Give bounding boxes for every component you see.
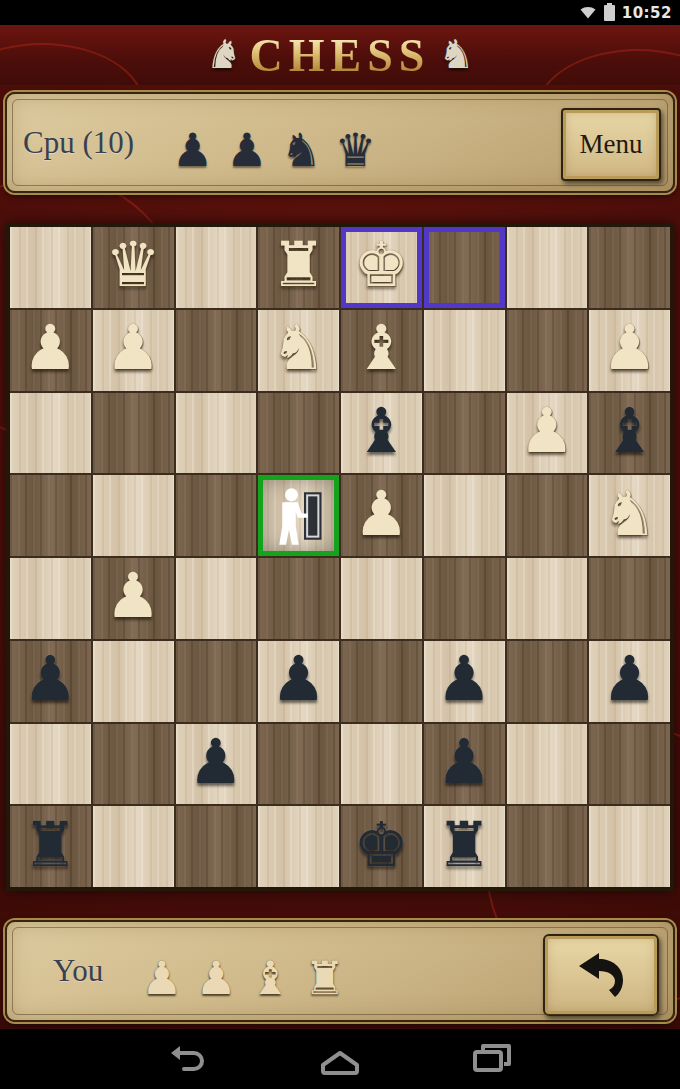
- black-pawn-piece: ♟: [23, 648, 79, 710]
- android-nav-bar: [0, 1029, 680, 1089]
- captured-white-pawn-icon: ♟: [196, 955, 237, 1001]
- square-h6[interactable]: ♟: [10, 641, 91, 722]
- white-knight-piece: ♞: [271, 317, 327, 379]
- black-pawn-piece: ♟: [271, 648, 327, 710]
- square-d8[interactable]: ♚: [341, 806, 422, 887]
- square-b4[interactable]: [507, 475, 588, 556]
- thinking-figure-icon: [273, 486, 325, 546]
- square-g8[interactable]: [93, 806, 174, 887]
- square-a6[interactable]: ♟: [589, 641, 670, 722]
- background-flourish: [536, 49, 680, 87]
- square-e2[interactable]: ♞: [258, 310, 339, 391]
- black-rook-piece: ♜: [436, 814, 492, 876]
- square-f7[interactable]: ♟: [176, 724, 257, 805]
- square-a3[interactable]: ♝: [589, 393, 670, 474]
- square-b6[interactable]: [507, 641, 588, 722]
- black-king-piece: ♚: [354, 814, 410, 876]
- square-e7[interactable]: [258, 724, 339, 805]
- white-bishop-piece: ♝: [354, 317, 410, 379]
- you-captured-tray: ♟♟♝♜: [141, 941, 345, 1001]
- square-b2[interactable]: [507, 310, 588, 391]
- black-rook-piece: ♜: [23, 814, 79, 876]
- game-area: Cpu (10) ♟♟♞♛ Menu ♛♜♚♟♟♞♝♟♝♟♝ ♟♞♟♟♟♟♟♟♟…: [0, 85, 680, 1029]
- square-e5[interactable]: [258, 558, 339, 639]
- square-h5[interactable]: [10, 558, 91, 639]
- square-e4[interactable]: [258, 475, 339, 556]
- square-c7[interactable]: ♟: [424, 724, 505, 805]
- white-pawn-piece: ♟: [602, 317, 658, 379]
- you-label: You: [53, 953, 103, 989]
- white-pawn-piece: ♟: [23, 317, 79, 379]
- square-c6[interactable]: ♟: [424, 641, 505, 722]
- captured-black-pawn-icon: ♟: [172, 127, 213, 173]
- square-g1[interactable]: ♛: [93, 227, 174, 308]
- black-bishop-piece: ♝: [602, 400, 658, 462]
- white-rook-piece: ♜: [271, 234, 327, 296]
- home-icon[interactable]: [316, 1042, 364, 1076]
- you-panel: You ♟♟♝♜: [5, 920, 675, 1022]
- square-a7[interactable]: [589, 724, 670, 805]
- captured-white-pawn-icon: ♟: [141, 955, 182, 1001]
- captured-white-rook-icon: ♜: [304, 955, 345, 1001]
- square-g2[interactable]: ♟: [93, 310, 174, 391]
- status-bar: 10:52: [0, 0, 680, 25]
- board-frame: ♛♜♚♟♟♞♝♟♝♟♝ ♟♞♟♟♟♟♟♟♟♜♚♜: [6, 223, 674, 891]
- square-f2[interactable]: [176, 310, 257, 391]
- square-h2[interactable]: ♟: [10, 310, 91, 391]
- square-d2[interactable]: ♝: [341, 310, 422, 391]
- square-e6[interactable]: ♟: [258, 641, 339, 722]
- square-d1[interactable]: ♚: [341, 227, 422, 308]
- square-c2[interactable]: [424, 310, 505, 391]
- square-b8[interactable]: [507, 806, 588, 887]
- square-h1[interactable]: [10, 227, 91, 308]
- square-a2[interactable]: ♟: [589, 310, 670, 391]
- square-e8[interactable]: [258, 806, 339, 887]
- square-b7[interactable]: [507, 724, 588, 805]
- cpu-captured-tray: ♟♟♞♛: [172, 113, 376, 173]
- square-a8[interactable]: [589, 806, 670, 887]
- square-c3[interactable]: [424, 393, 505, 474]
- square-a5[interactable]: [589, 558, 670, 639]
- square-c1[interactable]: [424, 227, 505, 308]
- square-d6[interactable]: [341, 641, 422, 722]
- white-queen-piece: ♛: [105, 234, 161, 296]
- square-e1[interactable]: ♜: [258, 227, 339, 308]
- square-b3[interactable]: ♟: [507, 393, 588, 474]
- undo-arrow-icon: [573, 952, 629, 998]
- black-bishop-piece: ♝: [354, 400, 410, 462]
- square-d5[interactable]: [341, 558, 422, 639]
- square-c8[interactable]: ♜: [424, 806, 505, 887]
- square-f6[interactable]: [176, 641, 257, 722]
- square-a1[interactable]: [589, 227, 670, 308]
- white-pawn-piece: ♟: [519, 400, 575, 462]
- square-f8[interactable]: [176, 806, 257, 887]
- square-g5[interactable]: ♟: [93, 558, 174, 639]
- white-king-piece: ♚: [354, 234, 410, 296]
- white-knight-piece: ♞: [602, 483, 658, 545]
- square-c4[interactable]: [424, 475, 505, 556]
- captured-black-pawn-icon: ♟: [226, 127, 267, 173]
- square-f5[interactable]: [176, 558, 257, 639]
- square-e3[interactable]: [258, 393, 339, 474]
- status-time: 10:52: [622, 4, 672, 22]
- square-f1[interactable]: [176, 227, 257, 308]
- square-g6[interactable]: [93, 641, 174, 722]
- wifi-icon: [579, 5, 597, 20]
- black-pawn-piece: ♟: [188, 731, 244, 793]
- background-flourish: [0, 43, 144, 87]
- square-d4[interactable]: ♟: [341, 475, 422, 556]
- recents-icon[interactable]: [468, 1042, 516, 1076]
- cpu-label: Cpu (10): [23, 125, 134, 161]
- square-a4[interactable]: ♞: [589, 475, 670, 556]
- black-pawn-piece: ♟: [436, 648, 492, 710]
- captured-black-queen-icon: ♛: [335, 127, 376, 173]
- square-g7[interactable]: [93, 724, 174, 805]
- battery-icon: [604, 5, 615, 21]
- app-header: ♞ CHESS ♞: [0, 25, 680, 87]
- white-pawn-piece: ♟: [105, 565, 161, 627]
- chess-app-screen: 10:52 ♞ CHESS ♞ Cpu (10) ♟♟♞♛ Menu ♛♜♚♟♟…: [0, 0, 680, 1089]
- header-knight-right-icon: ♞: [438, 35, 474, 75]
- chess-board: ♛♜♚♟♟♞♝♟♝♟♝ ♟♞♟♟♟♟♟♟♟♜♚♜: [10, 227, 670, 887]
- square-f3[interactable]: [176, 393, 257, 474]
- square-d7[interactable]: [341, 724, 422, 805]
- square-h4[interactable]: [10, 475, 91, 556]
- captured-black-knight-icon: ♞: [281, 127, 322, 173]
- square-d3[interactable]: ♝: [341, 393, 422, 474]
- header-knight-left-icon: ♞: [206, 35, 242, 75]
- white-pawn-piece: ♟: [354, 483, 410, 545]
- square-g4[interactable]: [93, 475, 174, 556]
- square-c5[interactable]: [424, 558, 505, 639]
- undo-button[interactable]: [543, 934, 659, 1016]
- menu-button[interactable]: Menu: [561, 108, 661, 181]
- black-pawn-piece: ♟: [436, 731, 492, 793]
- square-h3[interactable]: [10, 393, 91, 474]
- app-title: CHESS: [250, 29, 431, 82]
- square-b5[interactable]: [507, 558, 588, 639]
- black-pawn-piece: ♟: [602, 648, 658, 710]
- square-g3[interactable]: [93, 393, 174, 474]
- square-h8[interactable]: ♜: [10, 806, 91, 887]
- cpu-panel: Cpu (10) ♟♟♞♛ Menu: [5, 92, 675, 193]
- square-f4[interactable]: [176, 475, 257, 556]
- square-b1[interactable]: [507, 227, 588, 308]
- square-h7[interactable]: [10, 724, 91, 805]
- captured-white-bishop-icon: ♝: [250, 955, 291, 1001]
- back-icon[interactable]: [164, 1042, 212, 1076]
- white-pawn-piece: ♟: [105, 317, 161, 379]
